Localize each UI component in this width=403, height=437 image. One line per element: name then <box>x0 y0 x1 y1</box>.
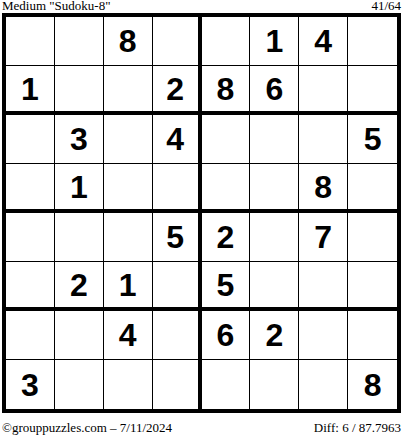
given-digit: 2 <box>265 319 283 351</box>
given-digit: 8 <box>119 25 137 57</box>
cell-r3c6[interactable] <box>250 115 299 164</box>
cell-r7c2[interactable] <box>55 311 104 360</box>
cell-r7c8[interactable] <box>348 311 397 360</box>
cell-r5c5[interactable]: 2 <box>202 213 251 262</box>
header: Medium "Sudoku-8" 41/64 <box>2 0 401 13</box>
cell-r8c2[interactable] <box>55 360 104 409</box>
cell-r8c8[interactable]: 8 <box>348 360 397 409</box>
cell-r7c1[interactable] <box>6 311 55 360</box>
cell-r2c6[interactable]: 6 <box>250 66 299 115</box>
cell-r8c4[interactable] <box>153 360 202 409</box>
cell-r2c2[interactable] <box>55 66 104 115</box>
cell-r6c7[interactable] <box>299 262 348 311</box>
cell-r5c1[interactable] <box>6 213 55 262</box>
sudoku-board: 81412863451852721546238 <box>2 13 401 413</box>
cell-r4c7[interactable]: 8 <box>299 164 348 213</box>
cell-r2c5[interactable]: 8 <box>202 66 251 115</box>
cell-r7c4[interactable] <box>153 311 202 360</box>
cell-r8c1[interactable]: 3 <box>6 360 55 409</box>
cell-r4c8[interactable] <box>348 164 397 213</box>
given-digit: 5 <box>166 221 184 253</box>
cell-r1c6[interactable]: 1 <box>250 17 299 66</box>
cell-r5c8[interactable] <box>348 213 397 262</box>
cell-r4c1[interactable] <box>6 164 55 213</box>
given-digit: 2 <box>217 221 235 253</box>
cell-r7c7[interactable] <box>299 311 348 360</box>
puzzle-title: Medium "Sudoku-8" <box>2 0 110 13</box>
empty-cell-counter: 41/64 <box>371 0 401 13</box>
cell-r2c3[interactable] <box>104 66 153 115</box>
given-digit: 2 <box>166 73 184 105</box>
given-digit: 1 <box>70 171 88 203</box>
cell-r2c1[interactable]: 1 <box>6 66 55 115</box>
cell-r7c3[interactable]: 4 <box>104 311 153 360</box>
cell-r1c5[interactable] <box>202 17 251 66</box>
cell-r1c2[interactable] <box>55 17 104 66</box>
cell-r5c7[interactable]: 7 <box>299 213 348 262</box>
given-digit: 6 <box>217 319 235 351</box>
given-digit: 5 <box>364 123 382 155</box>
given-digit: 4 <box>314 25 332 57</box>
given-digit: 3 <box>70 123 88 155</box>
given-digit: 4 <box>119 319 137 351</box>
given-digit: 1 <box>119 269 137 301</box>
given-digit: 1 <box>265 25 283 57</box>
copyright-text: ©grouppuzzles.com – 7/11/2024 <box>2 420 172 435</box>
cell-r3c2[interactable]: 3 <box>55 115 104 164</box>
footer: ©grouppuzzles.com – 7/11/2024 Diff: 6 / … <box>2 420 401 435</box>
cell-r6c6[interactable] <box>250 262 299 311</box>
cell-r3c7[interactable] <box>299 115 348 164</box>
cell-r3c4[interactable]: 4 <box>153 115 202 164</box>
cell-r4c2[interactable]: 1 <box>55 164 104 213</box>
cell-r3c8[interactable]: 5 <box>348 115 397 164</box>
cell-r7c6[interactable]: 2 <box>250 311 299 360</box>
given-digit: 7 <box>314 221 332 253</box>
cell-r4c5[interactable] <box>202 164 251 213</box>
cell-r8c5[interactable] <box>202 360 251 409</box>
given-digit: 8 <box>364 369 382 401</box>
cell-r4c4[interactable] <box>153 164 202 213</box>
difficulty-text: Diff: 6 / 87.7963 <box>314 420 401 435</box>
cell-r3c5[interactable] <box>202 115 251 164</box>
cell-r1c7[interactable]: 4 <box>299 17 348 66</box>
cell-r8c7[interactable] <box>299 360 348 409</box>
cell-r6c3[interactable]: 1 <box>104 262 153 311</box>
cell-r1c3[interactable]: 8 <box>104 17 153 66</box>
cell-r4c6[interactable] <box>250 164 299 213</box>
cell-r6c1[interactable] <box>6 262 55 311</box>
given-digit: 5 <box>217 269 235 301</box>
cell-r1c8[interactable] <box>348 17 397 66</box>
cell-r8c6[interactable] <box>250 360 299 409</box>
cell-r4c3[interactable] <box>104 164 153 213</box>
given-digit: 4 <box>166 123 184 155</box>
cell-r6c8[interactable] <box>348 262 397 311</box>
cell-r5c3[interactable] <box>104 213 153 262</box>
cell-r1c1[interactable] <box>6 17 55 66</box>
cell-r1c4[interactable] <box>153 17 202 66</box>
given-digit: 3 <box>21 369 39 401</box>
cell-r2c8[interactable] <box>348 66 397 115</box>
cell-r6c2[interactable]: 2 <box>55 262 104 311</box>
given-digit: 8 <box>217 73 235 105</box>
cell-r3c1[interactable] <box>6 115 55 164</box>
cell-r3c3[interactable] <box>104 115 153 164</box>
given-digit: 1 <box>21 73 39 105</box>
cell-r8c3[interactable] <box>104 360 153 409</box>
cell-r2c4[interactable]: 2 <box>153 66 202 115</box>
cell-r5c2[interactable] <box>55 213 104 262</box>
given-digit: 6 <box>265 73 283 105</box>
cell-r5c4[interactable]: 5 <box>153 213 202 262</box>
cell-r2c7[interactable] <box>299 66 348 115</box>
given-digit: 2 <box>70 269 88 301</box>
cell-r6c4[interactable] <box>153 262 202 311</box>
cell-r6c5[interactable]: 5 <box>202 262 251 311</box>
given-digit: 8 <box>314 171 332 203</box>
cell-r7c5[interactable]: 6 <box>202 311 251 360</box>
cell-r5c6[interactable] <box>250 213 299 262</box>
